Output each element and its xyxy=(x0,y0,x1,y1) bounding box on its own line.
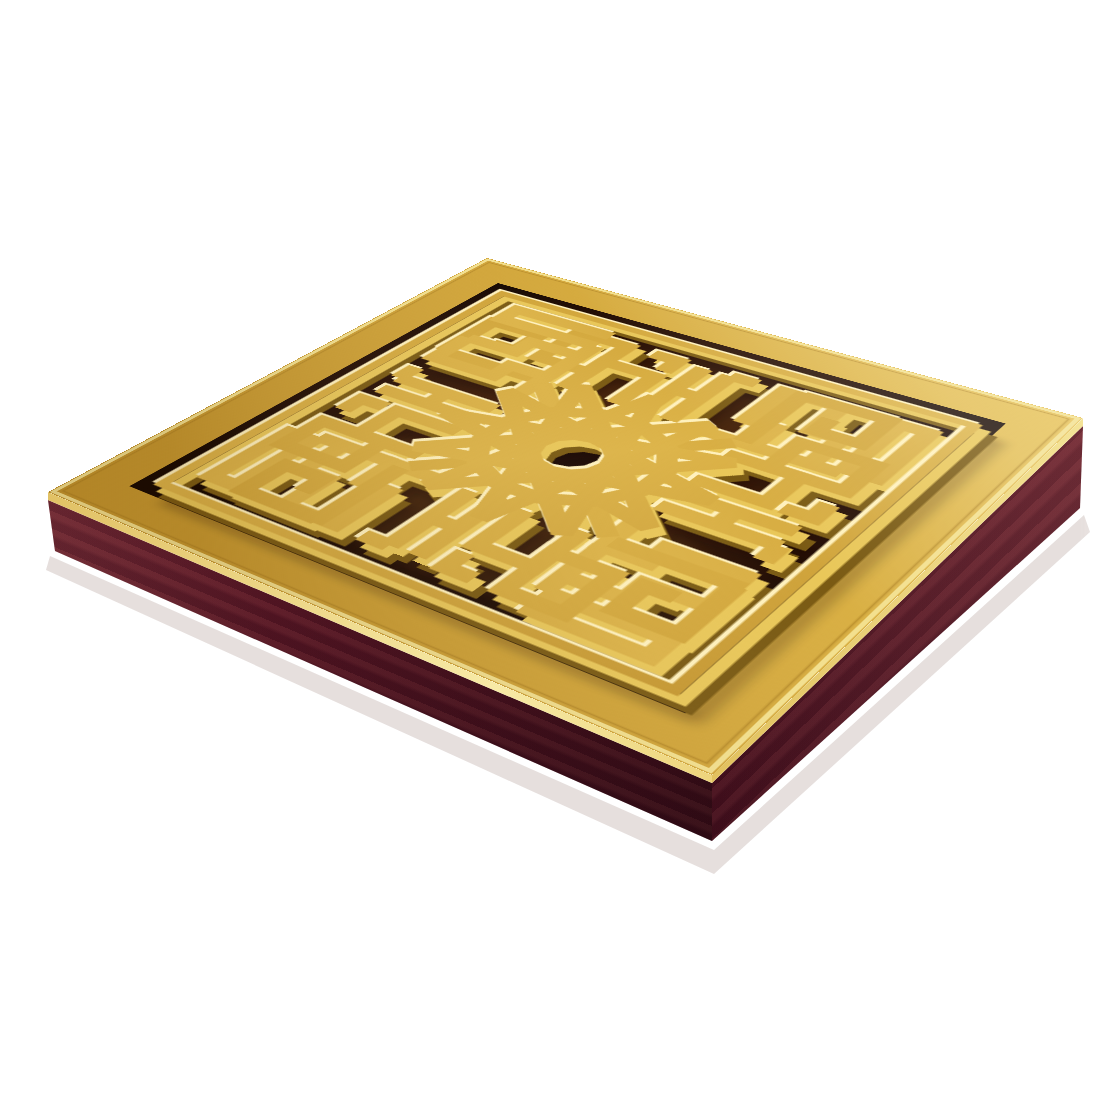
product-photo xyxy=(0,0,1100,1100)
kufic-artwork-svg xyxy=(48,258,1083,775)
panel-top-face xyxy=(48,258,1083,775)
